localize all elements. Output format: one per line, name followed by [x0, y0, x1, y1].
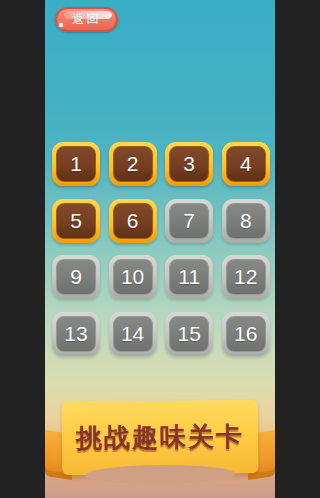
level-tile-3[interactable]: 3 [165, 142, 213, 186]
level-tile-face: 6 [113, 203, 153, 239]
back-button-label: 返回 [73, 11, 101, 28]
level-tile-4[interactable]: 4 [222, 142, 270, 186]
level-tile-face: 7 [169, 203, 209, 239]
level-tile-6[interactable]: 6 [109, 199, 157, 243]
level-tile-face: 15 [169, 316, 209, 352]
level-tile-13[interactable]: 13 [52, 312, 100, 356]
level-tile-face: 16 [226, 316, 266, 352]
level-tile-face: 12 [226, 259, 266, 295]
level-tile-face: 4 [226, 146, 266, 182]
level-tile-16[interactable]: 16 [222, 312, 270, 356]
level-tile-10[interactable]: 10 [109, 255, 157, 299]
level-number: 1 [70, 152, 82, 176]
level-number: 5 [70, 209, 82, 233]
level-number: 8 [240, 209, 252, 233]
level-number: 4 [240, 152, 252, 176]
level-number: 6 [127, 209, 139, 233]
back-button[interactable]: 返回 [55, 7, 118, 32]
level-tile-face: 11 [169, 259, 209, 295]
level-number: 3 [183, 152, 195, 176]
banner-title: 挑战趣味关卡 [76, 419, 244, 456]
level-tile-face: 8 [226, 203, 266, 239]
level-tile-face: 13 [56, 316, 96, 352]
level-tile-14[interactable]: 14 [109, 312, 157, 356]
level-tile-face: 10 [113, 259, 153, 295]
level-tile-11[interactable]: 11 [165, 255, 213, 299]
level-tile-face: 5 [56, 203, 96, 239]
level-tile-face: 2 [113, 146, 153, 182]
level-tile-1[interactable]: 1 [52, 142, 100, 186]
level-tile-9[interactable]: 9 [52, 255, 100, 299]
level-number: 11 [178, 265, 200, 289]
level-tile-12[interactable]: 12 [222, 255, 270, 299]
level-tile-2[interactable]: 2 [109, 142, 157, 186]
level-number: 12 [234, 265, 257, 289]
level-number: 13 [64, 322, 87, 346]
level-tile-7[interactable]: 7 [165, 199, 213, 243]
level-tile-5[interactable]: 5 [52, 199, 100, 243]
level-tile-face: 9 [56, 259, 96, 295]
level-number: 15 [178, 322, 201, 346]
level-number: 14 [121, 322, 144, 346]
level-tile-8[interactable]: 8 [222, 199, 270, 243]
level-number: 16 [234, 322, 257, 346]
level-tile-15[interactable]: 15 [165, 312, 213, 356]
level-number: 2 [127, 152, 139, 176]
banner-ribbon-panel: 挑战趣味关卡 [62, 400, 259, 475]
level-number: 10 [121, 265, 144, 289]
level-grid: 12345678910111213141516 [52, 142, 270, 356]
level-number: 7 [183, 209, 195, 233]
level-tile-face: 1 [56, 146, 96, 182]
level-tile-face: 3 [169, 146, 209, 182]
level-number: 9 [70, 265, 82, 289]
level-tile-face: 14 [113, 316, 153, 352]
level-select-screen: 返回 12345678910111213141516 挑战趣味关卡 [45, 0, 275, 498]
